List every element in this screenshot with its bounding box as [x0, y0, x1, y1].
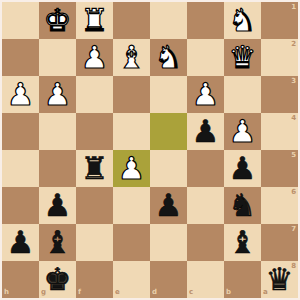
black-rook[interactable]: ♜: [81, 150, 109, 187]
white-knight[interactable]: ♞: [155, 39, 183, 76]
square-g2[interactable]: [39, 39, 76, 76]
black-queen[interactable]: ♛: [266, 261, 294, 298]
square-b4[interactable]: ♟: [224, 113, 261, 150]
white-pawn[interactable]: ♟: [118, 150, 146, 187]
square-f1[interactable]: ♜: [76, 2, 113, 39]
chess-board: ♚♜♞1♟♝♞♛2♟♟♟3♟♟4♜♟♟5♟♟♞6♟♝♝7h♚gfedcb♛8a: [2, 2, 298, 298]
black-bishop[interactable]: ♝: [229, 224, 257, 261]
rank-label-6: 6: [291, 189, 296, 196]
square-e7[interactable]: [113, 224, 150, 261]
square-g6[interactable]: ♟: [39, 187, 76, 224]
square-c4[interactable]: ♟: [187, 113, 224, 150]
square-d3[interactable]: [150, 76, 187, 113]
white-knight[interactable]: ♞: [229, 2, 257, 39]
square-f3[interactable]: [76, 76, 113, 113]
square-h6[interactable]: [2, 187, 39, 224]
square-a2[interactable]: 2: [261, 39, 298, 76]
square-h4[interactable]: [2, 113, 39, 150]
white-king[interactable]: ♚: [44, 2, 72, 39]
black-pawn[interactable]: ♟: [155, 187, 183, 224]
square-c2[interactable]: [187, 39, 224, 76]
square-d7[interactable]: [150, 224, 187, 261]
rank-label-5: 5: [291, 152, 296, 159]
square-d8[interactable]: d: [150, 261, 187, 298]
square-d2[interactable]: ♞: [150, 39, 187, 76]
square-b8[interactable]: b: [224, 261, 261, 298]
black-pawn[interactable]: ♟: [44, 187, 72, 224]
square-a8[interactable]: ♛8a: [261, 261, 298, 298]
square-h5[interactable]: [2, 150, 39, 187]
square-g4[interactable]: [39, 113, 76, 150]
square-e6[interactable]: [113, 187, 150, 224]
black-pawn[interactable]: ♟: [192, 113, 220, 150]
square-f5[interactable]: ♜: [76, 150, 113, 187]
square-f7[interactable]: [76, 224, 113, 261]
file-label-c: c: [189, 289, 193, 296]
white-bishop[interactable]: ♝: [118, 39, 146, 76]
square-c7[interactable]: [187, 224, 224, 261]
square-d1[interactable]: [150, 2, 187, 39]
square-c8[interactable]: c: [187, 261, 224, 298]
square-c1[interactable]: [187, 2, 224, 39]
rank-label-7: 7: [291, 226, 296, 233]
square-h8[interactable]: h: [2, 261, 39, 298]
square-d4[interactable]: [150, 113, 187, 150]
white-pawn[interactable]: ♟: [81, 39, 109, 76]
square-e4[interactable]: [113, 113, 150, 150]
square-c5[interactable]: [187, 150, 224, 187]
square-h7[interactable]: ♟: [2, 224, 39, 261]
rank-label-1: 1: [291, 4, 296, 11]
square-e3[interactable]: [113, 76, 150, 113]
square-e2[interactable]: ♝: [113, 39, 150, 76]
square-g8[interactable]: ♚g: [39, 261, 76, 298]
square-g1[interactable]: ♚: [39, 2, 76, 39]
square-g5[interactable]: [39, 150, 76, 187]
square-a7[interactable]: 7: [261, 224, 298, 261]
black-king[interactable]: ♚: [44, 261, 72, 298]
white-pawn[interactable]: ♟: [229, 113, 257, 150]
file-label-f: f: [78, 289, 81, 296]
square-d5[interactable]: [150, 150, 187, 187]
square-c6[interactable]: [187, 187, 224, 224]
square-h2[interactable]: [2, 39, 39, 76]
square-d6[interactable]: ♟: [150, 187, 187, 224]
square-h3[interactable]: ♟: [2, 76, 39, 113]
black-knight[interactable]: ♞: [229, 187, 257, 224]
square-c3[interactable]: ♟: [187, 76, 224, 113]
square-a4[interactable]: 4: [261, 113, 298, 150]
square-f2[interactable]: ♟: [76, 39, 113, 76]
square-h1[interactable]: [2, 2, 39, 39]
square-a6[interactable]: 6: [261, 187, 298, 224]
black-pawn[interactable]: ♟: [229, 150, 257, 187]
square-a5[interactable]: 5: [261, 150, 298, 187]
square-b5[interactable]: ♟: [224, 150, 261, 187]
black-bishop[interactable]: ♝: [44, 224, 72, 261]
square-b3[interactable]: [224, 76, 261, 113]
white-pawn[interactable]: ♟: [44, 76, 72, 113]
square-g7[interactable]: ♝: [39, 224, 76, 261]
square-f4[interactable]: [76, 113, 113, 150]
file-label-e: e: [115, 289, 120, 296]
square-b6[interactable]: ♞: [224, 187, 261, 224]
square-a3[interactable]: 3: [261, 76, 298, 113]
rank-label-2: 2: [291, 41, 296, 48]
white-pawn[interactable]: ♟: [7, 76, 35, 113]
file-label-h: h: [4, 289, 9, 296]
white-pawn[interactable]: ♟: [192, 76, 220, 113]
file-label-d: d: [152, 289, 157, 296]
square-f6[interactable]: [76, 187, 113, 224]
square-e5[interactable]: ♟: [113, 150, 150, 187]
square-f8[interactable]: f: [76, 261, 113, 298]
square-g3[interactable]: ♟: [39, 76, 76, 113]
square-a1[interactable]: 1: [261, 2, 298, 39]
rank-label-4: 4: [291, 115, 296, 122]
square-e1[interactable]: [113, 2, 150, 39]
black-pawn[interactable]: ♟: [7, 224, 35, 261]
square-e8[interactable]: e: [113, 261, 150, 298]
square-b2[interactable]: ♛: [224, 39, 261, 76]
white-queen[interactable]: ♛: [229, 39, 257, 76]
chess-board-container: ♚♜♞1♟♝♞♛2♟♟♟3♟♟4♜♟♟5♟♟♞6♟♝♝7h♚gfedcb♛8a: [2, 2, 298, 298]
rank-label-3: 3: [291, 78, 296, 85]
square-b7[interactable]: ♝: [224, 224, 261, 261]
file-label-b: b: [226, 289, 231, 296]
white-rook[interactable]: ♜: [81, 2, 109, 39]
square-b1[interactable]: ♞: [224, 2, 261, 39]
